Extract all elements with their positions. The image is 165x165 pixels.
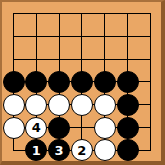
white-stone[interactable] [3,94,25,116]
black-stone[interactable] [117,139,139,161]
black-stone[interactable]: 1 [25,139,47,161]
black-stone[interactable] [117,71,139,93]
black-stone[interactable]: 3 [48,139,70,161]
go-board: 4132 [0,0,165,165]
black-stone[interactable] [117,117,139,139]
white-stone[interactable] [94,139,116,161]
white-stone[interactable]: 2 [71,139,93,161]
black-stone[interactable] [25,71,47,93]
board-surface[interactable]: 4132 [2,2,161,161]
white-stone[interactable] [94,94,116,116]
black-stone[interactable] [48,117,70,139]
move-number-label: 3 [55,144,64,157]
black-stone[interactable] [3,71,25,93]
white-stone[interactable]: 4 [25,117,47,139]
black-stone[interactable] [71,71,93,93]
move-number-label: 1 [32,144,41,157]
black-stone[interactable] [48,71,70,93]
black-stone[interactable] [117,94,139,116]
white-stone[interactable] [25,94,47,116]
white-stone[interactable] [3,117,25,139]
move-number-label: 2 [77,144,86,157]
white-stone[interactable] [71,94,93,116]
move-number-label: 4 [32,121,41,134]
white-stone[interactable] [48,94,70,116]
white-stone[interactable] [94,117,116,139]
black-stone[interactable] [94,71,116,93]
